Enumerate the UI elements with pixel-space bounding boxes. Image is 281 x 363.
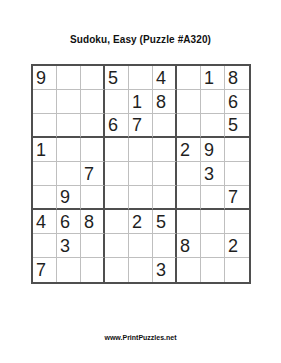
cell-r1c3 — [81, 66, 105, 90]
cell-r8c7: 8 — [177, 234, 201, 258]
cell-r9c4 — [105, 258, 129, 282]
cell-r8c5 — [129, 234, 153, 258]
cell-r2c6: 8 — [153, 90, 177, 114]
cell-r5c5 — [129, 162, 153, 186]
cell-r5c7 — [177, 162, 201, 186]
cell-r6c3 — [81, 186, 105, 210]
cell-r3c5: 7 — [129, 114, 153, 138]
cell-r7c1: 4 — [33, 210, 57, 234]
cell-r3c9: 5 — [225, 114, 249, 138]
cell-r8c1 — [33, 234, 57, 258]
cell-r6c8 — [201, 186, 225, 210]
cell-r2c5: 1 — [129, 90, 153, 114]
cell-r3c2 — [57, 114, 81, 138]
cell-r4c6 — [153, 138, 177, 162]
cell-r4c4 — [105, 138, 129, 162]
cell-r2c4 — [105, 90, 129, 114]
cell-r8c9: 2 — [225, 234, 249, 258]
cell-r8c6 — [153, 234, 177, 258]
cell-r2c7 — [177, 90, 201, 114]
cell-r8c8 — [201, 234, 225, 258]
cell-r4c5 — [129, 138, 153, 162]
cell-r1c8: 1 — [201, 66, 225, 90]
cell-r6c1 — [33, 186, 57, 210]
cell-r4c2 — [57, 138, 81, 162]
cell-r6c5 — [129, 186, 153, 210]
cell-r7c2: 6 — [57, 210, 81, 234]
cell-r7c3: 8 — [81, 210, 105, 234]
cell-r4c3 — [81, 138, 105, 162]
cell-r6c7 — [177, 186, 201, 210]
cell-r6c4 — [105, 186, 129, 210]
cell-r9c8 — [201, 258, 225, 282]
cell-r4c7: 2 — [177, 138, 201, 162]
cell-r2c1 — [33, 90, 57, 114]
cell-r6c9: 7 — [225, 186, 249, 210]
cell-r5c9 — [225, 162, 249, 186]
cell-r1c7 — [177, 66, 201, 90]
cell-r5c4 — [105, 162, 129, 186]
cell-r5c6 — [153, 162, 177, 186]
cell-r9c7 — [177, 258, 201, 282]
cell-r1c4: 5 — [105, 66, 129, 90]
cell-r8c4 — [105, 234, 129, 258]
cell-r2c8 — [201, 90, 225, 114]
cell-r3c6 — [153, 114, 177, 138]
cell-r4c9 — [225, 138, 249, 162]
cell-r3c8 — [201, 114, 225, 138]
cell-r4c1: 1 — [33, 138, 57, 162]
puzzle-title: Sudoku, Easy (Puzzle #A320) — [0, 34, 281, 45]
cell-r1c1: 9 — [33, 66, 57, 90]
cell-r1c6: 4 — [153, 66, 177, 90]
cell-r5c2 — [57, 162, 81, 186]
cell-r2c2 — [57, 90, 81, 114]
cell-r5c8: 3 — [201, 162, 225, 186]
cell-r3c1 — [33, 114, 57, 138]
cell-r8c3 — [81, 234, 105, 258]
cell-r3c7 — [177, 114, 201, 138]
cell-r7c6: 5 — [153, 210, 177, 234]
cell-r6c2: 9 — [57, 186, 81, 210]
cell-r6c6 — [153, 186, 177, 210]
cell-r9c5 — [129, 258, 153, 282]
cell-r1c5 — [129, 66, 153, 90]
cell-r1c9: 8 — [225, 66, 249, 90]
cell-r2c3 — [81, 90, 105, 114]
cell-r7c5: 2 — [129, 210, 153, 234]
cell-r9c9 — [225, 258, 249, 282]
cell-r9c1: 7 — [33, 258, 57, 282]
cell-r7c8 — [201, 210, 225, 234]
cell-r9c2 — [57, 258, 81, 282]
cell-r7c4 — [105, 210, 129, 234]
cell-r7c7 — [177, 210, 201, 234]
cell-r3c4: 6 — [105, 114, 129, 138]
cell-r1c2 — [57, 66, 81, 90]
cell-r5c1 — [33, 162, 57, 186]
cell-r8c2: 3 — [57, 234, 81, 258]
cell-r4c8: 9 — [201, 138, 225, 162]
footer-url: www.PrintPuzzles.net — [0, 334, 281, 341]
sudoku-board: 9541818667512973974682538273 — [31, 64, 251, 284]
cell-r9c3 — [81, 258, 105, 282]
cell-r9c6: 3 — [153, 258, 177, 282]
printable-page: Sudoku, Easy (Puzzle #A320) 954181866751… — [0, 0, 281, 363]
cell-r5c3: 7 — [81, 162, 105, 186]
cell-r7c9 — [225, 210, 249, 234]
cell-r3c3 — [81, 114, 105, 138]
cell-r2c9: 6 — [225, 90, 249, 114]
